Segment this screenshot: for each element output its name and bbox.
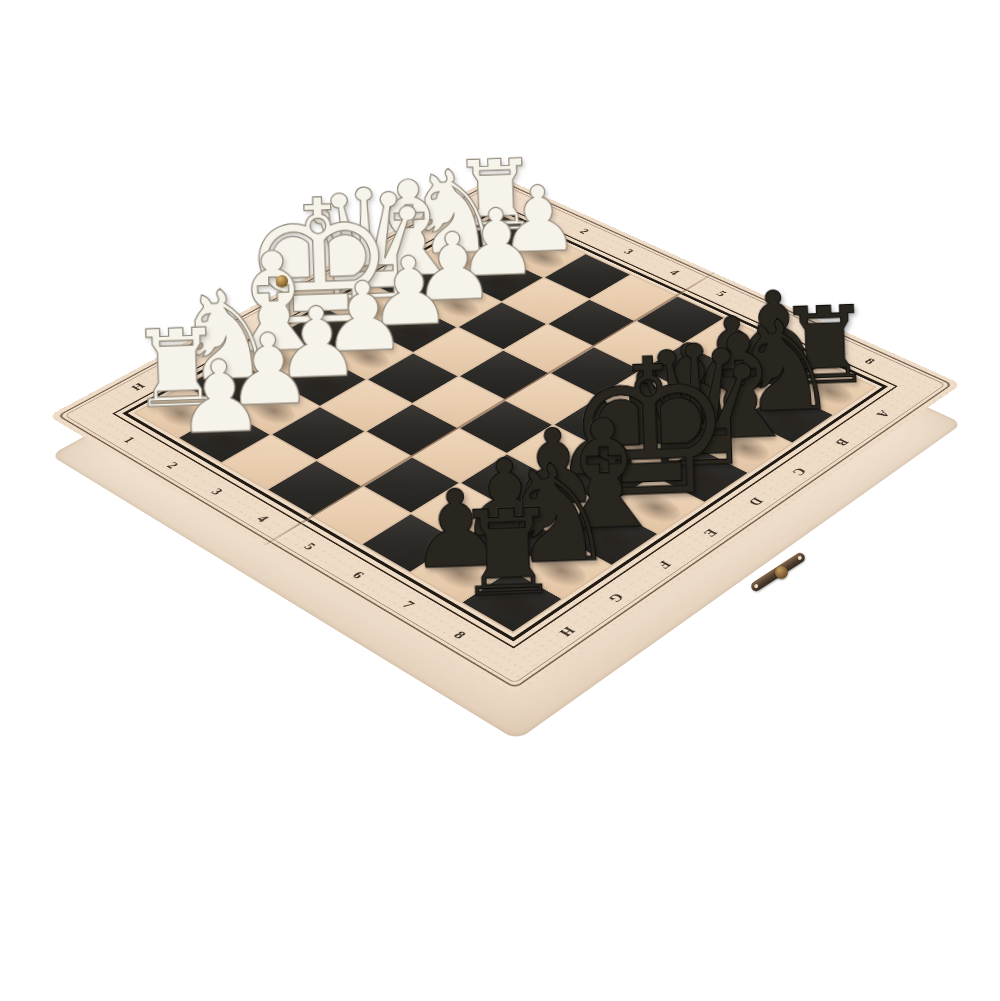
product-photo-scene: ♜♟♟♜♞♟♟♞♝♟♟♝♛♟♟♛♚♟♟♚♝♟♟♝♞♟♟♞♜♟♟♜ 11AA22B…	[0, 0, 1000, 1001]
square-c1[interactable]: ♝	[372, 260, 456, 304]
rank-label-top-2: 2	[577, 227, 593, 235]
piece-shadow	[331, 338, 399, 375]
piece-shadow	[421, 288, 487, 323]
piece-shadow	[507, 241, 572, 274]
clasp-knob[interactable]	[775, 566, 788, 579]
black-rook[interactable]: ♜	[453, 494, 562, 615]
white-queen[interactable]: ♛	[294, 168, 435, 324]
piece-shadow	[464, 221, 528, 253]
chess-board: ♜♟♟♜♞♟♟♞♝♟♟♝♛♟♟♛♚♟♟♚♝♟♟♝♞♟♟♞♜♟♟♜ 11AA22B…	[48, 175, 961, 695]
square-d2[interactable]: ♟	[370, 306, 456, 352]
white-pawn[interactable]: ♟	[366, 243, 454, 340]
square-c3[interactable]	[459, 303, 545, 349]
white-pawn[interactable]: ♟	[319, 268, 408, 366]
board-surface: ♜♟♟♜♞♟♟♞♝♟♟♝♛♟♟♛♚♟♟♚♝♟♟♝♞♟♟♞♜♟♟♜ 11AA22B…	[48, 175, 961, 695]
brass-hinge-pin	[276, 275, 288, 287]
square-a2[interactable]: ♟	[501, 234, 584, 277]
file-label-left-A: A	[447, 210, 465, 219]
piece-shadow	[378, 267, 443, 301]
white-pawn[interactable]: ♟	[497, 173, 581, 266]
square-b2[interactable]: ♟	[459, 257, 543, 301]
square-b1[interactable]: ♞	[416, 237, 499, 280]
white-pawn[interactable]: ♟	[410, 219, 497, 315]
piece-shadow	[422, 243, 487, 276]
square-e2[interactable]: ♟	[324, 331, 411, 379]
rank-label-top-4: 4	[667, 268, 683, 277]
square-b3[interactable]	[503, 278, 588, 323]
square-d1[interactable]: ♛	[327, 284, 412, 329]
file-label-left-D: D	[317, 280, 336, 290]
camera-tilt: ♜♟♟♜♞♟♟♞♝♟♟♝♛♟♟♛♚♟♟♚♝♟♟♝♞♟♟♞♜♟♟♜ 11AA22B…	[0, 0, 1000, 1001]
white-pawn[interactable]: ♟	[174, 346, 267, 448]
file-label-left-B: B	[405, 233, 423, 242]
square-e3[interactable]	[369, 354, 458, 403]
rank-label-top-3: 3	[621, 247, 637, 256]
piece-shadow	[465, 264, 531, 298]
white-pawn[interactable]: ♟	[454, 195, 539, 290]
white-bishop[interactable]: ♝	[349, 162, 471, 297]
square-c2[interactable]: ♟	[415, 281, 500, 326]
square-a3[interactable]	[545, 254, 629, 298]
piece-shadow	[377, 313, 444, 349]
square-d3[interactable]	[415, 328, 502, 376]
piece-shadow	[333, 291, 399, 326]
file-label-left-C: C	[362, 256, 380, 265]
square-a1[interactable]: ♜	[458, 214, 540, 256]
rank-label-top-1: 1	[533, 207, 549, 215]
white-rook[interactable]: ♜	[450, 147, 540, 247]
